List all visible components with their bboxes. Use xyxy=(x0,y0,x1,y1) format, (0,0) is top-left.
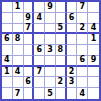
cell-r2c7[interactable]: 6 xyxy=(67,13,78,24)
cell-r6c5[interactable] xyxy=(45,56,56,67)
cell-r9c2[interactable]: 7 xyxy=(13,88,24,99)
given-digit: 9 xyxy=(47,3,53,11)
given-digit: 9 xyxy=(25,14,31,22)
given-digit: 1 xyxy=(15,3,21,11)
cell-r1c9[interactable] xyxy=(88,2,99,13)
given-digit: 6 xyxy=(36,46,42,54)
cell-r3c4[interactable] xyxy=(34,24,45,35)
cell-r7c2[interactable]: 4 xyxy=(13,67,24,78)
given-digit: 6 xyxy=(25,78,31,86)
cell-r4c8[interactable] xyxy=(77,34,88,45)
cell-r5c5[interactable]: 3 xyxy=(45,45,56,56)
cell-r4c1[interactable]: 6 xyxy=(2,34,13,45)
cell-r1c7[interactable] xyxy=(67,2,78,13)
cell-r4c7[interactable] xyxy=(67,34,78,45)
cell-r4c6[interactable] xyxy=(56,34,67,45)
cell-r7c8[interactable] xyxy=(77,67,88,78)
cell-r2c9[interactable] xyxy=(88,13,99,24)
cell-r6c7[interactable] xyxy=(67,56,78,67)
cell-r5c7[interactable] xyxy=(67,45,78,56)
cell-r5c3[interactable] xyxy=(24,45,35,56)
given-digit: 7 xyxy=(15,90,21,98)
cell-r3c1[interactable] xyxy=(2,24,13,35)
given-digit: 7 xyxy=(80,3,86,11)
cell-r7c5[interactable] xyxy=(45,67,56,78)
given-digit: 4 xyxy=(91,24,97,32)
cell-r1c8[interactable]: 7 xyxy=(77,2,88,13)
given-digit: 3 xyxy=(47,46,53,54)
cell-r2c5[interactable] xyxy=(45,13,56,24)
cell-r5c9[interactable] xyxy=(88,45,99,56)
cell-r4c9[interactable]: 1 xyxy=(88,34,99,45)
cell-r8c4[interactable] xyxy=(34,77,45,88)
cell-r8c1[interactable] xyxy=(2,77,13,88)
given-digit: 5 xyxy=(47,90,53,98)
given-digit: 6 xyxy=(69,14,75,22)
cell-r2c3[interactable]: 9 xyxy=(24,13,35,24)
cell-r2c2[interactable] xyxy=(13,13,24,24)
cell-r1c6[interactable] xyxy=(56,2,67,13)
cell-r8c2[interactable] xyxy=(13,77,24,88)
cell-r5c8[interactable] xyxy=(77,45,88,56)
cell-r9c5[interactable]: 5 xyxy=(45,88,56,99)
cell-r2c6[interactable] xyxy=(56,13,67,24)
given-digit: 4 xyxy=(15,68,21,76)
cell-r8c7[interactable]: 3 xyxy=(67,77,78,88)
cell-r2c1[interactable] xyxy=(2,13,13,24)
cell-r4c2[interactable]: 8 xyxy=(13,34,24,45)
cell-r2c8[interactable] xyxy=(77,13,88,24)
cell-r9c8[interactable]: 4 xyxy=(77,88,88,99)
cell-r3c8[interactable]: 2 xyxy=(77,24,88,35)
cell-r6c1[interactable]: 4 xyxy=(2,56,13,67)
cell-r1c3[interactable] xyxy=(24,2,35,13)
cell-r9c6[interactable] xyxy=(56,88,67,99)
sudoku-board: 19794675246816384691472623754 xyxy=(0,0,101,101)
cell-r1c2[interactable]: 1 xyxy=(13,2,24,13)
given-digit: 6 xyxy=(4,35,10,43)
cell-r8c9[interactable] xyxy=(88,77,99,88)
cell-r7c4[interactable]: 7 xyxy=(34,67,45,78)
cell-r5c2[interactable] xyxy=(13,45,24,56)
cell-r6c2[interactable] xyxy=(13,56,24,67)
given-digit: 3 xyxy=(69,78,75,86)
given-digit: 5 xyxy=(57,24,63,32)
cell-r3c9[interactable]: 4 xyxy=(88,24,99,35)
cell-r1c5[interactable]: 9 xyxy=(45,2,56,13)
given-digit: 7 xyxy=(25,24,31,32)
given-digit: 2 xyxy=(80,24,86,32)
cell-r7c6[interactable] xyxy=(56,67,67,78)
given-digit: 4 xyxy=(36,14,42,22)
cell-r5c4[interactable]: 6 xyxy=(34,45,45,56)
cell-r3c5[interactable] xyxy=(45,24,56,35)
cell-r6c6[interactable] xyxy=(56,56,67,67)
cell-r5c1[interactable] xyxy=(2,45,13,56)
cell-r2c4[interactable]: 4 xyxy=(34,13,45,24)
cell-r6c9[interactable]: 9 xyxy=(88,56,99,67)
cell-r3c6[interactable]: 5 xyxy=(56,24,67,35)
given-digit: 2 xyxy=(69,68,75,76)
cell-r6c8[interactable]: 6 xyxy=(77,56,88,67)
cell-r8c5[interactable] xyxy=(45,77,56,88)
given-digit: 4 xyxy=(80,90,86,98)
cell-r4c5[interactable] xyxy=(45,34,56,45)
cell-r3c2[interactable] xyxy=(13,24,24,35)
cell-r6c4[interactable] xyxy=(34,56,45,67)
cell-r9c1[interactable] xyxy=(2,88,13,99)
cell-r7c9[interactable] xyxy=(88,67,99,78)
cell-r9c4[interactable] xyxy=(34,88,45,99)
cell-r9c7[interactable] xyxy=(67,88,78,99)
given-digit: 8 xyxy=(57,46,63,54)
cell-r1c4[interactable] xyxy=(34,2,45,13)
cell-r9c9[interactable] xyxy=(88,88,99,99)
cell-r7c1[interactable]: 1 xyxy=(2,67,13,78)
cell-r8c6[interactable]: 2 xyxy=(56,77,67,88)
cell-r7c7[interactable]: 2 xyxy=(67,67,78,78)
cell-r6c3[interactable] xyxy=(24,56,35,67)
cell-r3c7[interactable] xyxy=(67,24,78,35)
cell-r8c3[interactable]: 6 xyxy=(24,77,35,88)
cell-r3c3[interactable]: 7 xyxy=(24,24,35,35)
cell-r8c8[interactable] xyxy=(77,77,88,88)
given-digit: 6 xyxy=(80,56,86,64)
given-digit: 9 xyxy=(91,56,97,64)
cell-r1c1[interactable] xyxy=(2,2,13,13)
given-digit: 2 xyxy=(57,78,63,86)
cell-r4c3[interactable] xyxy=(24,34,35,45)
given-digit: 1 xyxy=(91,35,97,43)
given-digit: 4 xyxy=(4,56,10,64)
cell-r9c3[interactable] xyxy=(24,88,35,99)
cell-r4c4[interactable] xyxy=(34,34,45,45)
given-digit: 8 xyxy=(15,35,21,43)
given-digit: 1 xyxy=(4,68,10,76)
cell-r7c3[interactable] xyxy=(24,67,35,78)
given-digit: 7 xyxy=(36,68,42,76)
cell-r5c6[interactable]: 8 xyxy=(56,45,67,56)
